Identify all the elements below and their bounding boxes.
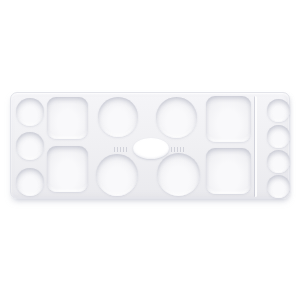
square-well-bottom-right <box>206 148 251 194</box>
round-well-bottom-mid-left <box>96 154 138 196</box>
round-well-bottom-mid-right <box>157 153 200 196</box>
small-round-well-3 <box>267 150 290 173</box>
palette-tray <box>10 92 290 199</box>
round-well-left-middle <box>16 132 44 160</box>
brush-rest-ridges-left <box>114 147 127 152</box>
product-photo-stage <box>0 0 298 298</box>
square-well-top-left <box>47 97 88 139</box>
round-well-left-top <box>16 98 44 126</box>
small-round-well-2 <box>267 125 290 148</box>
small-round-well-4 <box>267 175 290 198</box>
brush-rest-ridges-right <box>171 147 184 152</box>
square-well-bottom-left <box>47 146 88 192</box>
thumb-hole <box>133 138 169 159</box>
divider-groove <box>254 96 257 197</box>
square-well-top-right <box>206 96 251 142</box>
small-round-well-1 <box>267 99 290 122</box>
round-well-left-bottom <box>16 168 44 196</box>
round-well-top-mid-left <box>98 97 138 137</box>
round-well-top-mid-right <box>156 97 197 138</box>
